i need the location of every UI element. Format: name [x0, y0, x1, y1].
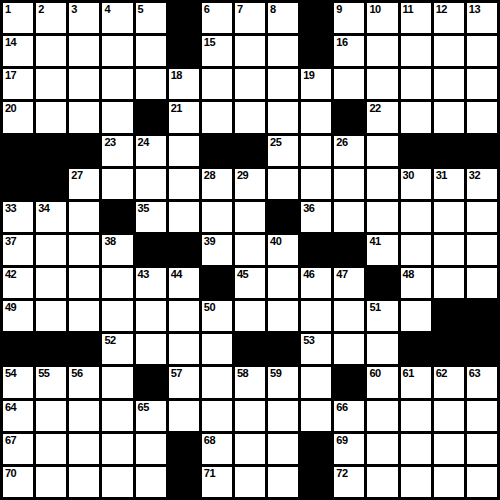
clue-number: 25: [270, 136, 281, 148]
white-cell[interactable]: [401, 202, 431, 232]
white-cell[interactable]: [202, 202, 232, 232]
white-cell[interactable]: 22: [367, 102, 397, 132]
black-cell: [434, 301, 464, 331]
black-cell: [136, 367, 166, 397]
black-cell: [235, 136, 265, 166]
white-cell[interactable]: [268, 36, 298, 66]
white-cell[interactable]: [36, 434, 66, 464]
white-cell[interactable]: [367, 434, 397, 464]
clue-number: 56: [71, 367, 82, 379]
white-cell[interactable]: [367, 202, 397, 232]
clue-number: 20: [5, 102, 16, 114]
white-cell[interactable]: 60: [367, 367, 397, 397]
clue-number: 48: [403, 268, 414, 280]
white-cell[interactable]: [467, 235, 497, 265]
white-cell[interactable]: [301, 102, 331, 132]
clue-number: 67: [5, 434, 16, 446]
white-cell[interactable]: 20: [3, 102, 33, 132]
clue-number: 8: [270, 3, 276, 15]
white-cell[interactable]: 61: [401, 367, 431, 397]
white-cell[interactable]: [268, 467, 298, 497]
white-cell[interactable]: [235, 202, 265, 232]
white-cell[interactable]: 1: [3, 3, 33, 33]
white-cell[interactable]: [102, 434, 132, 464]
clue-number: 3: [71, 3, 77, 15]
white-cell[interactable]: [301, 367, 331, 397]
clue-number: 69: [336, 434, 347, 446]
white-cell[interactable]: 3: [69, 3, 99, 33]
white-cell[interactable]: [102, 268, 132, 298]
clue-number: 23: [104, 136, 115, 148]
clue-number: 29: [237, 169, 248, 181]
white-cell[interactable]: [301, 136, 331, 166]
white-cell[interactable]: [136, 467, 166, 497]
white-cell[interactable]: 21: [169, 102, 199, 132]
white-cell[interactable]: [268, 69, 298, 99]
white-cell[interactable]: [235, 36, 265, 66]
white-cell[interactable]: 15: [202, 36, 232, 66]
white-cell[interactable]: [401, 102, 431, 132]
white-cell[interactable]: [434, 36, 464, 66]
black-cell: [169, 434, 199, 464]
white-cell[interactable]: [36, 102, 66, 132]
white-cell[interactable]: [434, 102, 464, 132]
white-cell[interactable]: [434, 467, 464, 497]
white-cell[interactable]: 24: [136, 136, 166, 166]
clue-number: 26: [336, 136, 347, 148]
white-cell[interactable]: [401, 301, 431, 331]
clue-number: 64: [5, 401, 16, 413]
black-cell: [69, 136, 99, 166]
white-cell[interactable]: [169, 202, 199, 232]
white-cell[interactable]: 47: [334, 268, 364, 298]
white-cell[interactable]: [401, 401, 431, 431]
white-cell[interactable]: 46: [301, 268, 331, 298]
white-cell[interactable]: 55: [36, 367, 66, 397]
clue-number: 62: [436, 367, 447, 379]
white-cell[interactable]: 14: [3, 36, 33, 66]
black-cell: [3, 334, 33, 364]
black-cell: [202, 136, 232, 166]
black-cell: [169, 3, 199, 33]
white-cell[interactable]: 25: [268, 136, 298, 166]
black-cell: [467, 301, 497, 331]
white-cell[interactable]: 67: [3, 434, 33, 464]
white-cell[interactable]: [36, 36, 66, 66]
clue-number: 19: [303, 69, 314, 81]
white-cell[interactable]: 37: [3, 235, 33, 265]
white-cell[interactable]: 70: [3, 467, 33, 497]
clue-number: 53: [303, 334, 314, 346]
clue-number: 6: [204, 3, 210, 15]
white-cell[interactable]: [69, 268, 99, 298]
white-cell[interactable]: [334, 202, 364, 232]
white-cell[interactable]: 2: [36, 3, 66, 33]
white-cell[interactable]: 72: [334, 467, 364, 497]
white-cell[interactable]: [102, 367, 132, 397]
black-cell: [268, 334, 298, 364]
white-cell[interactable]: 10: [367, 3, 397, 33]
clue-number: 12: [436, 3, 447, 15]
black-cell: [334, 367, 364, 397]
white-cell[interactable]: [301, 301, 331, 331]
white-cell[interactable]: 69: [334, 434, 364, 464]
white-cell[interactable]: [367, 401, 397, 431]
white-cell[interactable]: [467, 434, 497, 464]
white-cell[interactable]: [136, 169, 166, 199]
clue-number: 21: [171, 102, 182, 114]
white-cell[interactable]: 40: [268, 235, 298, 265]
white-cell[interactable]: [102, 467, 132, 497]
white-cell[interactable]: 53: [301, 334, 331, 364]
clue-number: 46: [303, 268, 314, 280]
clue-number: 22: [369, 102, 380, 114]
white-cell[interactable]: 28: [202, 169, 232, 199]
white-cell[interactable]: [235, 235, 265, 265]
white-cell[interactable]: [434, 235, 464, 265]
black-cell: [301, 3, 331, 33]
white-cell[interactable]: [69, 401, 99, 431]
black-cell: [235, 334, 265, 364]
white-cell[interactable]: 45: [235, 268, 265, 298]
white-cell[interactable]: 29: [235, 169, 265, 199]
clue-number: 28: [204, 169, 215, 181]
clue-number: 37: [5, 235, 16, 247]
white-cell[interactable]: [467, 467, 497, 497]
clue-number: 7: [237, 3, 243, 15]
clue-number: 40: [270, 235, 281, 247]
crossword-grid: 1234567891011121314151617181920212223242…: [0, 0, 500, 500]
white-cell[interactable]: [69, 102, 99, 132]
white-cell[interactable]: 17: [3, 69, 33, 99]
white-cell[interactable]: [69, 69, 99, 99]
white-cell[interactable]: [268, 268, 298, 298]
white-cell[interactable]: [367, 36, 397, 66]
white-cell[interactable]: 36: [301, 202, 331, 232]
white-cell[interactable]: 23: [102, 136, 132, 166]
clue-number: 33: [5, 202, 16, 214]
white-cell[interactable]: [301, 169, 331, 199]
white-cell[interactable]: 44: [169, 268, 199, 298]
clue-number: 43: [138, 268, 149, 280]
clue-number: 68: [204, 434, 215, 446]
clue-number: 13: [469, 3, 480, 15]
clue-number: 38: [104, 235, 115, 247]
black-cell: [136, 102, 166, 132]
white-cell[interactable]: [268, 301, 298, 331]
white-cell[interactable]: 71: [202, 467, 232, 497]
white-cell[interactable]: [202, 334, 232, 364]
white-cell[interactable]: [235, 434, 265, 464]
white-cell[interactable]: [202, 69, 232, 99]
white-cell[interactable]: [434, 69, 464, 99]
white-cell[interactable]: 13: [467, 3, 497, 33]
clue-number: 16: [336, 36, 347, 48]
white-cell[interactable]: [334, 169, 364, 199]
white-cell[interactable]: 27: [69, 169, 99, 199]
white-cell[interactable]: [36, 69, 66, 99]
black-cell: [367, 268, 397, 298]
white-cell[interactable]: [367, 169, 397, 199]
white-cell[interactable]: [136, 36, 166, 66]
clue-number: 70: [5, 467, 16, 479]
white-cell[interactable]: [235, 401, 265, 431]
white-cell[interactable]: [334, 69, 364, 99]
clue-number: 59: [270, 367, 281, 379]
clue-number: 24: [138, 136, 149, 148]
clue-number: 30: [403, 169, 414, 181]
white-cell[interactable]: [268, 434, 298, 464]
white-cell[interactable]: [102, 301, 132, 331]
clue-number: 36: [303, 202, 314, 214]
clue-number: 1: [5, 3, 11, 15]
clue-number: 58: [237, 367, 248, 379]
white-cell[interactable]: 5: [136, 3, 166, 33]
white-cell[interactable]: [202, 401, 232, 431]
white-cell[interactable]: [36, 235, 66, 265]
white-cell[interactable]: 50: [202, 301, 232, 331]
white-cell[interactable]: 62: [434, 367, 464, 397]
white-cell[interactable]: [467, 401, 497, 431]
white-cell[interactable]: [301, 401, 331, 431]
white-cell[interactable]: [169, 334, 199, 364]
white-cell[interactable]: [235, 301, 265, 331]
black-cell: [467, 136, 497, 166]
clue-number: 27: [71, 169, 82, 181]
black-cell: [169, 36, 199, 66]
white-cell[interactable]: 4: [102, 3, 132, 33]
white-cell[interactable]: [268, 401, 298, 431]
white-cell[interactable]: [36, 401, 66, 431]
white-cell[interactable]: [401, 235, 431, 265]
clue-number: 11: [403, 3, 414, 15]
white-cell[interactable]: [268, 102, 298, 132]
white-cell[interactable]: 52: [102, 334, 132, 364]
white-cell[interactable]: [69, 36, 99, 66]
white-cell[interactable]: [36, 268, 66, 298]
clue-number: 9: [336, 3, 342, 15]
white-cell[interactable]: [169, 169, 199, 199]
clue-number: 42: [5, 268, 16, 280]
black-cell: [434, 334, 464, 364]
clue-number: 34: [38, 202, 49, 214]
white-cell[interactable]: [467, 69, 497, 99]
white-cell[interactable]: 16: [334, 36, 364, 66]
white-cell[interactable]: 65: [136, 401, 166, 431]
black-cell: [36, 334, 66, 364]
white-cell[interactable]: [401, 434, 431, 464]
black-cell: [36, 169, 66, 199]
white-cell[interactable]: [36, 467, 66, 497]
white-cell[interactable]: 68: [202, 434, 232, 464]
black-cell: [301, 36, 331, 66]
clue-number: 47: [336, 268, 347, 280]
black-cell: [401, 334, 431, 364]
clue-number: 63: [469, 367, 480, 379]
white-cell[interactable]: [367, 467, 397, 497]
clue-number: 10: [369, 3, 380, 15]
clue-number: 57: [171, 367, 182, 379]
clue-number: 44: [171, 268, 182, 280]
clue-number: 31: [436, 169, 447, 181]
clue-number: 39: [204, 235, 215, 247]
clue-number: 14: [5, 36, 16, 48]
clue-number: 45: [237, 268, 248, 280]
white-cell[interactable]: [467, 202, 497, 232]
clue-number: 35: [138, 202, 149, 214]
white-cell[interactable]: 63: [467, 367, 497, 397]
black-cell: [3, 136, 33, 166]
crossword-puzzle: 1234567891011121314151617181920212223242…: [0, 0, 500, 500]
black-cell: [102, 202, 132, 232]
clue-number: 49: [5, 301, 16, 313]
clue-number: 4: [104, 3, 110, 15]
white-cell[interactable]: 48: [401, 268, 431, 298]
white-cell[interactable]: [235, 102, 265, 132]
white-cell[interactable]: 6: [202, 3, 232, 33]
clue-number: 61: [403, 367, 414, 379]
white-cell[interactable]: [434, 268, 464, 298]
clue-number: 72: [336, 467, 347, 479]
white-cell[interactable]: [102, 36, 132, 66]
clue-number: 50: [204, 301, 215, 313]
white-cell[interactable]: 12: [434, 3, 464, 33]
white-cell[interactable]: [136, 301, 166, 331]
white-cell[interactable]: [136, 69, 166, 99]
black-cell: [36, 136, 66, 166]
clue-number: 60: [369, 367, 380, 379]
white-cell[interactable]: [102, 401, 132, 431]
white-cell[interactable]: [235, 69, 265, 99]
white-cell[interactable]: 19: [301, 69, 331, 99]
black-cell: [401, 136, 431, 166]
clue-number: 17: [5, 69, 16, 81]
white-cell[interactable]: [434, 202, 464, 232]
white-cell[interactable]: 57: [169, 367, 199, 397]
black-cell: [136, 235, 166, 265]
white-cell[interactable]: [169, 401, 199, 431]
white-cell[interactable]: 18: [169, 69, 199, 99]
white-cell[interactable]: [136, 334, 166, 364]
white-cell[interactable]: [235, 467, 265, 497]
white-cell[interactable]: 7: [235, 3, 265, 33]
white-cell[interactable]: [69, 434, 99, 464]
white-cell[interactable]: 39: [202, 235, 232, 265]
white-cell[interactable]: [36, 301, 66, 331]
white-cell[interactable]: [268, 169, 298, 199]
black-cell: [467, 334, 497, 364]
white-cell[interactable]: [102, 69, 132, 99]
black-cell: [301, 235, 331, 265]
clue-number: 52: [104, 334, 115, 346]
white-cell[interactable]: [136, 434, 166, 464]
white-cell[interactable]: [334, 334, 364, 364]
white-cell[interactable]: [334, 301, 364, 331]
black-cell: [3, 169, 33, 199]
black-cell: [334, 102, 364, 132]
white-cell[interactable]: 51: [367, 301, 397, 331]
white-cell[interactable]: [202, 367, 232, 397]
white-cell[interactable]: [434, 401, 464, 431]
white-cell[interactable]: 30: [401, 169, 431, 199]
white-cell[interactable]: [169, 136, 199, 166]
white-cell[interactable]: [69, 202, 99, 232]
white-cell[interactable]: [367, 136, 397, 166]
white-cell[interactable]: [69, 301, 99, 331]
white-cell[interactable]: 64: [3, 401, 33, 431]
white-cell[interactable]: [102, 169, 132, 199]
white-cell[interactable]: 34: [36, 202, 66, 232]
white-cell[interactable]: [69, 235, 99, 265]
black-cell: [268, 202, 298, 232]
clue-number: 2: [38, 3, 44, 15]
black-cell: [334, 235, 364, 265]
black-cell: [301, 434, 331, 464]
clue-number: 51: [369, 301, 380, 313]
clue-number: 15: [204, 36, 215, 48]
white-cell[interactable]: [169, 301, 199, 331]
black-cell: [69, 334, 99, 364]
white-cell[interactable]: 42: [3, 268, 33, 298]
white-cell[interactable]: [401, 467, 431, 497]
white-cell[interactable]: [434, 434, 464, 464]
clue-number: 55: [38, 367, 49, 379]
white-cell[interactable]: [367, 334, 397, 364]
white-cell[interactable]: [467, 36, 497, 66]
white-cell[interactable]: [401, 69, 431, 99]
clue-number: 66: [336, 401, 347, 413]
clue-number: 41: [369, 235, 380, 247]
black-cell: [301, 467, 331, 497]
white-cell[interactable]: [202, 102, 232, 132]
white-cell[interactable]: 43: [136, 268, 166, 298]
white-cell[interactable]: 59: [268, 367, 298, 397]
white-cell[interactable]: 11: [401, 3, 431, 33]
white-cell[interactable]: 66: [334, 401, 364, 431]
white-cell[interactable]: 31: [434, 169, 464, 199]
white-cell[interactable]: 32: [467, 169, 497, 199]
white-cell[interactable]: 54: [3, 367, 33, 397]
clue-number: 65: [138, 401, 149, 413]
white-cell[interactable]: 33: [3, 202, 33, 232]
white-cell[interactable]: 35: [136, 202, 166, 232]
white-cell[interactable]: [367, 69, 397, 99]
clue-number: 18: [171, 69, 182, 81]
white-cell[interactable]: 41: [367, 235, 397, 265]
black-cell: [169, 235, 199, 265]
clue-number: 5: [138, 3, 144, 15]
white-cell[interactable]: [467, 268, 497, 298]
white-cell[interactable]: 26: [334, 136, 364, 166]
clue-number: 71: [204, 467, 215, 479]
clue-number: 32: [469, 169, 480, 181]
black-cell: [169, 467, 199, 497]
white-cell[interactable]: 56: [69, 367, 99, 397]
white-cell[interactable]: 8: [268, 3, 298, 33]
black-cell: [434, 136, 464, 166]
white-cell[interactable]: 9: [334, 3, 364, 33]
white-cell[interactable]: 38: [102, 235, 132, 265]
white-cell[interactable]: [401, 36, 431, 66]
white-cell[interactable]: [467, 102, 497, 132]
white-cell[interactable]: 58: [235, 367, 265, 397]
white-cell[interactable]: [102, 102, 132, 132]
black-cell: [202, 268, 232, 298]
white-cell[interactable]: 49: [3, 301, 33, 331]
clue-number: 54: [5, 367, 16, 379]
white-cell[interactable]: [69, 467, 99, 497]
